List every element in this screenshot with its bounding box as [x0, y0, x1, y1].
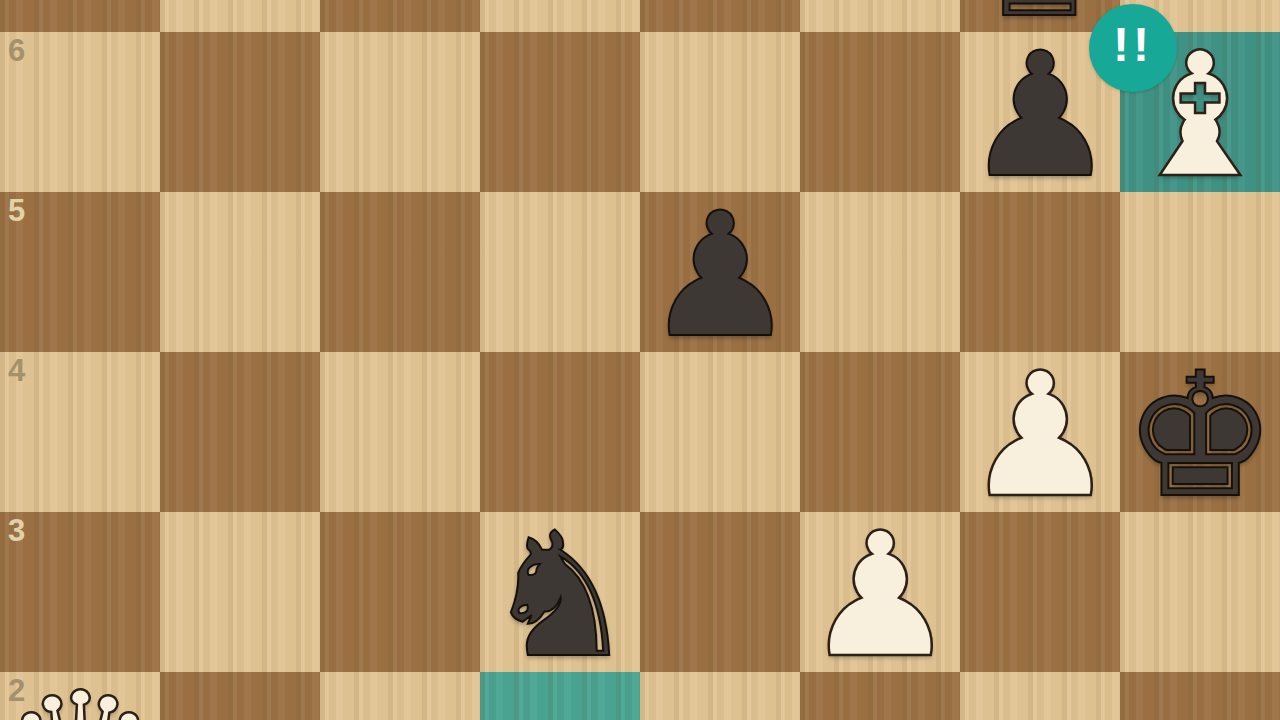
square-e3[interactable] [640, 512, 800, 672]
square-e6[interactable] [640, 32, 800, 192]
square-f5[interactable] [800, 192, 960, 352]
square-d4[interactable] [480, 352, 640, 512]
square-b6[interactable] [160, 32, 320, 192]
square-f7[interactable] [800, 0, 960, 32]
square-c7[interactable] [320, 0, 480, 32]
square-c4[interactable] [320, 352, 480, 512]
square-h4[interactable]: ♚ [1120, 352, 1280, 512]
piece-white-queen-a2[interactable]: ♛ [3, 676, 157, 720]
square-f6[interactable] [800, 32, 960, 192]
square-f2[interactable] [800, 672, 960, 720]
square-g4[interactable]: ♟ [960, 352, 1120, 512]
square-a5[interactable]: 5 [0, 192, 160, 352]
square-c3[interactable] [320, 512, 480, 672]
square-h3[interactable] [1120, 512, 1280, 672]
square-g3[interactable] [960, 512, 1120, 672]
square-c5[interactable] [320, 192, 480, 352]
piece-white-pawn-g4[interactable]: ♟ [963, 356, 1117, 516]
square-a4[interactable]: 4 [0, 352, 160, 512]
piece-white-pawn-f3[interactable]: ♟ [803, 516, 957, 676]
square-a7[interactable]: 7 [0, 0, 160, 32]
square-h2[interactable] [1120, 672, 1280, 720]
square-e5[interactable]: ♟ [640, 192, 800, 352]
square-d6[interactable] [480, 32, 640, 192]
brilliant-move-badge-text: !! [1113, 1, 1153, 89]
square-b3[interactable] [160, 512, 320, 672]
rank-label-3: 3 [8, 512, 25, 550]
square-b4[interactable] [160, 352, 320, 512]
square-e2[interactable] [640, 672, 800, 720]
square-e4[interactable] [640, 352, 800, 512]
square-d5[interactable] [480, 192, 640, 352]
square-f3[interactable]: ♟ [800, 512, 960, 672]
square-f4[interactable] [800, 352, 960, 512]
square-c2[interactable] [320, 672, 480, 720]
square-g2[interactable] [960, 672, 1120, 720]
square-g5[interactable] [960, 192, 1120, 352]
brilliant-move-badge: !! [1089, 4, 1177, 92]
square-b5[interactable] [160, 192, 320, 352]
square-b2[interactable] [160, 672, 320, 720]
square-d7[interactable] [480, 0, 640, 32]
square-e7[interactable] [640, 0, 800, 32]
piece-black-pawn-e5[interactable]: ♟ [643, 196, 797, 356]
square-a6[interactable]: 6 [0, 32, 160, 192]
piece-black-king-h4[interactable]: ♚ [1123, 356, 1277, 516]
rank-label-4: 4 [8, 352, 25, 390]
square-c6[interactable] [320, 32, 480, 192]
rank-label-6: 6 [8, 32, 25, 70]
square-h5[interactable] [1120, 192, 1280, 352]
board-viewport: 87♛6♟♝5♟4♟♚3♞♟2♛1 !! [0, 0, 1280, 720]
square-a2[interactable]: 2♛ [0, 672, 160, 720]
rank-label-5: 5 [8, 192, 25, 230]
square-d2[interactable] [480, 672, 640, 720]
piece-black-knight-d3[interactable]: ♞ [483, 516, 637, 676]
square-a3[interactable]: 3 [0, 512, 160, 672]
square-d3[interactable]: ♞ [480, 512, 640, 672]
board: 87♛6♟♝5♟4♟♚3♞♟2♛1 [0, 0, 1280, 720]
square-b7[interactable] [160, 0, 320, 32]
